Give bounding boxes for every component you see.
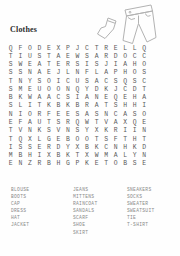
grid-cell-r5c15: C <box>139 77 149 85</box>
grid-cell-r9c2: I <box>16 110 26 118</box>
grid-cell-r7c6: C <box>54 94 64 102</box>
grid-cell-r11c5: S <box>44 127 54 135</box>
grid-cell-r4c2: S <box>16 69 26 77</box>
grid-cell-r1c15: Q <box>139 44 149 52</box>
grid-cell-r6c4: U <box>35 85 45 93</box>
grid-cell-r14c11: M <box>101 151 111 159</box>
grid-cell-r10c2: F <box>16 118 26 126</box>
word-list-item: SWEATSUIT <box>127 207 155 214</box>
grid-cell-r2c8: W <box>73 52 83 60</box>
grid-cell-r4c14: O <box>130 69 140 77</box>
word-search-grid: QFODEXPJCTRELLQTIUSTAEWSARDOCCSWEATERSIS… <box>6 44 149 168</box>
grid-cell-r9c8: S <box>73 110 83 118</box>
grid-cell-r4c4: A <box>35 69 45 77</box>
grid-cell-r5c13: Q <box>120 77 130 85</box>
word-list-item: JEANS <box>73 186 97 193</box>
grid-cell-r15c12: O <box>111 160 121 168</box>
grid-cell-r1c4: D <box>35 44 45 52</box>
word-list-column-3: SNEAKERSSOCKSSWEATERSWEATSUITTIET-SHIRT <box>127 186 155 229</box>
grid-cell-r3c2: W <box>16 61 26 69</box>
grid-cell-r7c1: B <box>6 94 16 102</box>
grid-cell-r10c10: T <box>92 118 102 126</box>
grid-cell-r2c1: T <box>6 52 16 60</box>
word-list-column-2: JEANSMITTENSRAINCOATSANDALSSCARFSHOESKIR… <box>73 186 97 236</box>
grid-cell-r12c5: G <box>44 135 54 143</box>
word-list-item: BOOTS <box>11 193 29 200</box>
grid-cell-r1c7: P <box>63 44 73 52</box>
grid-cell-r12c13: T <box>120 135 130 143</box>
grid-cell-r4c10: L <box>92 69 102 77</box>
word-list-item: RAINCOAT <box>73 200 97 207</box>
grid-cell-r6c11: K <box>101 85 111 93</box>
grid-cell-r13c14: K <box>130 143 140 151</box>
grid-cell-r5c3: Y <box>25 77 35 85</box>
grid-cell-r15c3: Z <box>25 160 35 168</box>
grid-cell-r7c4: A <box>35 94 45 102</box>
word-list-item: JACKET <box>11 221 29 228</box>
grid-cell-r10c6: S <box>54 118 64 126</box>
word-list-item: BLOUSE <box>11 186 29 193</box>
grid-cell-r9c5: F <box>44 110 54 118</box>
grid-cell-r6c5: O <box>44 85 54 93</box>
pants-icon <box>118 2 158 47</box>
grid-cell-r1c9: C <box>82 44 92 52</box>
grid-cell-r8c2: L <box>16 102 26 110</box>
grid-cell-r14c2: B <box>16 151 26 159</box>
grid-cell-r1c13: L <box>120 44 130 52</box>
grid-cell-r3c9: I <box>82 61 92 69</box>
grid-cell-r15c11: T <box>101 160 111 168</box>
grid-cell-r14c5: X <box>44 151 54 159</box>
grid-cell-r8c1: S <box>6 102 16 110</box>
grid-cell-r10c15: E <box>139 118 149 126</box>
grid-cell-r11c9: Y <box>82 127 92 135</box>
grid-cell-r15c5: B <box>44 160 54 168</box>
grid-cell-r13c5: R <box>44 143 54 151</box>
grid-cell-r5c1: T <box>6 77 16 85</box>
grid-cell-r13c15: D <box>139 143 149 151</box>
grid-cell-r10c9: W <box>82 118 92 126</box>
grid-cell-r7c13: E <box>120 94 130 102</box>
page-title: Clothes <box>10 25 37 34</box>
grid-cell-r9c15: O <box>139 110 149 118</box>
grid-cell-r8c12: S <box>111 102 121 110</box>
grid-cell-r10c7: R <box>63 118 73 126</box>
grid-cell-r11c10: X <box>92 127 102 135</box>
grid-cell-r13c4: E <box>35 143 45 151</box>
grid-cell-r4c12: P <box>111 69 121 77</box>
grid-cell-r6c15: T <box>139 85 149 93</box>
grid-cell-r11c2: V <box>16 127 26 135</box>
grid-cell-r10c4: U <box>35 118 45 126</box>
grid-cell-r5c14: S <box>130 77 140 85</box>
grid-cell-r10c1: E <box>6 118 16 126</box>
word-list-item: SKIRT <box>73 229 97 236</box>
grid-cell-r15c8: P <box>73 160 83 168</box>
grid-cell-r14c12: A <box>111 151 121 159</box>
grid-cell-r14c7: K <box>63 151 73 159</box>
grid-cell-r13c13: H <box>120 143 130 151</box>
grid-cell-r9c4: R <box>35 110 45 118</box>
word-list-item: SCARF <box>73 214 97 221</box>
grid-cell-r8c6: B <box>54 102 64 110</box>
grid-cell-r2c14: C <box>130 52 140 60</box>
grid-cell-r13c1: I <box>6 143 16 151</box>
grid-cell-r1c10: T <box>92 44 102 52</box>
grid-cell-r6c9: Y <box>82 85 92 93</box>
grid-cell-r4c11: A <box>101 69 111 77</box>
grid-cell-r3c11: J <box>101 61 111 69</box>
grid-cell-r12c7: B <box>63 135 73 143</box>
grid-cell-r14c10: W <box>92 151 102 159</box>
grid-cell-r6c12: J <box>111 85 121 93</box>
grid-cell-r8c9: R <box>82 102 92 110</box>
grid-cell-r12c14: H <box>130 135 140 143</box>
grid-cell-r13c7: Y <box>63 143 73 151</box>
grid-cell-r2c13: O <box>120 52 130 60</box>
grid-cell-r10c8: Q <box>73 118 83 126</box>
grid-cell-r7c9: A <box>82 94 92 102</box>
grid-cell-r12c11: S <box>101 135 111 143</box>
grid-cell-r15c2: N <box>16 160 26 168</box>
grid-cell-r5c6: I <box>54 77 64 85</box>
grid-cell-r4c7: L <box>63 69 73 77</box>
grid-cell-r13c8: X <box>73 143 83 151</box>
grid-cell-r8c10: A <box>92 102 102 110</box>
grid-cell-r6c8: Q <box>73 85 83 93</box>
grid-cell-r3c5: T <box>44 61 54 69</box>
grid-cell-r7c14: H <box>130 94 140 102</box>
grid-cell-r15c15: E <box>139 160 149 168</box>
word-list-item: TIE <box>127 214 155 221</box>
grid-cell-r8c3: I <box>25 102 35 110</box>
word-list-column-1: BLOUSEBOOTSCAPDRESSHATJACKET <box>11 186 29 229</box>
grid-cell-r5c9: S <box>82 77 92 85</box>
grid-cell-r2c6: A <box>54 52 64 60</box>
grid-cell-r2c9: S <box>82 52 92 60</box>
word-list-item: T-SHIRT <box>127 221 155 228</box>
grid-cell-r14c14: Y <box>130 151 140 159</box>
grid-cell-r9c1: N <box>6 110 16 118</box>
grid-cell-r9c7: E <box>63 110 73 118</box>
grid-cell-r10c13: X <box>120 118 130 126</box>
grid-cell-r10c11: V <box>101 118 111 126</box>
grid-cell-r7c10: N <box>92 94 102 102</box>
sock-icon <box>95 16 118 42</box>
grid-cell-r2c12: D <box>111 52 121 60</box>
grid-cell-r12c10: T <box>92 135 102 143</box>
grid-cell-r1c1: Q <box>6 44 16 52</box>
grid-cell-r5c12: S <box>111 77 121 85</box>
grid-cell-r10c3: A <box>25 118 35 126</box>
grid-cell-r2c5: T <box>44 52 54 60</box>
grid-cell-r11c11: K <box>101 127 111 135</box>
grid-cell-r9c10: S <box>92 110 102 118</box>
grid-cell-r7c3: W <box>25 94 35 102</box>
grid-cell-r13c6: D <box>54 143 64 151</box>
grid-cell-r10c14: Q <box>130 118 140 126</box>
grid-cell-r3c6: E <box>54 61 64 69</box>
worksheet-page: Clothes QFODEXPJCTRELLQTIUSTAEWSARDOCCSW… <box>0 0 180 256</box>
grid-cell-r15c13: B <box>120 160 130 168</box>
grid-cell-r5c10: A <box>92 77 102 85</box>
grid-cell-r11c7: N <box>63 127 73 135</box>
grid-cell-r3c8: S <box>73 61 83 69</box>
grid-cell-r15c10: E <box>92 160 102 168</box>
grid-cell-r7c8: I <box>73 94 83 102</box>
grid-cell-r2c7: E <box>63 52 73 60</box>
grid-cell-r14c13: L <box>120 151 130 159</box>
grid-cell-r3c4: A <box>35 61 45 69</box>
grid-cell-r8c14: H <box>130 102 140 110</box>
grid-cell-r13c9: B <box>82 143 92 151</box>
word-list-item: SWEATER <box>127 200 155 207</box>
grid-cell-r5c8: U <box>73 77 83 85</box>
grid-cell-r8c5: K <box>44 102 54 110</box>
grid-cell-r9c6: E <box>54 110 64 118</box>
grid-cell-r12c9: O <box>82 135 92 143</box>
grid-cell-r8c8: B <box>73 102 83 110</box>
grid-cell-r12c8: O <box>73 135 83 143</box>
grid-cell-r11c13: I <box>120 127 130 135</box>
grid-cell-r15c1: E <box>6 160 16 168</box>
grid-cell-r15c4: R <box>35 160 45 168</box>
grid-cell-r9c13: A <box>120 110 130 118</box>
grid-cell-r13c12: N <box>111 143 121 151</box>
grid-cell-r1c2: F <box>16 44 26 52</box>
word-list-item: SHOE <box>73 221 97 228</box>
grid-cell-r6c6: O <box>54 85 64 93</box>
grid-cell-r12c4: L <box>35 135 45 143</box>
grid-cell-r3c7: R <box>63 61 73 69</box>
grid-cell-r5c5: O <box>44 77 54 85</box>
grid-cell-r6c1: S <box>6 85 16 93</box>
grid-cell-r10c12: A <box>111 118 121 126</box>
grid-cell-r8c4: T <box>35 102 45 110</box>
grid-cell-r1c11: R <box>101 44 111 52</box>
grid-cell-r6c14: D <box>130 85 140 93</box>
grid-cell-r3c10: S <box>92 61 102 69</box>
grid-cell-r11c1: T <box>6 127 16 135</box>
grid-cell-r10c5: T <box>44 118 54 126</box>
grid-cell-r1c8: J <box>73 44 83 52</box>
grid-cell-r12c2: Q <box>16 135 26 143</box>
word-list-item: SNEAKERS <box>127 186 155 193</box>
grid-cell-r11c12: R <box>111 127 121 135</box>
grid-cell-r4c3: N <box>25 69 35 77</box>
grid-cell-r14c4: I <box>35 151 45 159</box>
grid-cell-r15c7: G <box>63 160 73 168</box>
word-list-item: MITTENS <box>73 193 97 200</box>
grid-cell-r12c1: T <box>6 135 16 143</box>
grid-cell-r15c9: K <box>82 160 92 168</box>
grid-cell-r8c13: H <box>120 102 130 110</box>
grid-cell-r6c10: D <box>92 85 102 93</box>
word-list-item: DRESS <box>11 207 29 214</box>
grid-cell-r6c3: E <box>25 85 35 93</box>
word-list-item: CAP <box>11 200 29 207</box>
grid-cell-r9c14: S <box>130 110 140 118</box>
grid-cell-r7c7: S <box>63 94 73 102</box>
grid-cell-r14c9: X <box>82 151 92 159</box>
word-list-item: HAT <box>11 214 29 221</box>
grid-cell-r2c3: U <box>25 52 35 60</box>
grid-cell-r13c10: K <box>92 143 102 151</box>
grid-cell-r13c2: S <box>16 143 26 151</box>
grid-cell-r11c3: N <box>25 127 35 135</box>
grid-cell-r15c14: S <box>130 160 140 168</box>
grid-cell-r2c2: I <box>16 52 26 60</box>
grid-cell-r3c13: A <box>120 61 130 69</box>
word-list-item: SANDALS <box>73 207 97 214</box>
grid-cell-r12c6: E <box>54 135 64 143</box>
grid-cell-r2c4: S <box>35 52 45 60</box>
grid-cell-r12c15: T <box>139 135 149 143</box>
grid-cell-r11c15: N <box>139 127 149 135</box>
grid-cell-r12c3: X <box>25 135 35 143</box>
grid-cell-r4c13: H <box>120 69 130 77</box>
grid-cell-r4c6: J <box>54 69 64 77</box>
grid-cell-r14c15: N <box>139 151 149 159</box>
grid-cell-r8c15: I <box>139 102 149 110</box>
grid-cell-r8c7: K <box>63 102 73 110</box>
grid-cell-r4c1: S <box>6 69 16 77</box>
grid-cell-r4c15: S <box>139 69 149 77</box>
grid-cell-r11c14: I <box>130 127 140 135</box>
grid-cell-r15c6: H <box>54 160 64 168</box>
grid-cell-r11c6: V <box>54 127 64 135</box>
grid-cell-r14c6: B <box>54 151 64 159</box>
grid-cell-r12c12: F <box>111 135 121 143</box>
grid-cell-r7c11: E <box>101 94 111 102</box>
grid-cell-r1c3: O <box>25 44 35 52</box>
grid-cell-r9c12: C <box>111 110 121 118</box>
grid-cell-r4c9: F <box>82 69 92 77</box>
grid-cell-r6c7: N <box>63 85 73 93</box>
grid-cell-r9c9: A <box>82 110 92 118</box>
grid-cell-r13c11: C <box>101 143 111 151</box>
grid-cell-r14c1: M <box>6 151 16 159</box>
grid-cell-r1c14: L <box>130 44 140 52</box>
grid-cell-r3c14: H <box>130 61 140 69</box>
grid-cell-r5c7: C <box>63 77 73 85</box>
grid-cell-r3c12: I <box>111 61 121 69</box>
grid-cell-r4c5: E <box>44 69 54 77</box>
grid-cell-r11c8: S <box>73 127 83 135</box>
grid-cell-r2c11: R <box>101 52 111 60</box>
word-list-item: SOCKS <box>127 193 155 200</box>
grid-cell-r3c3: E <box>25 61 35 69</box>
grid-cell-r9c11: N <box>101 110 111 118</box>
grid-cell-r3c15: O <box>139 61 149 69</box>
grid-cell-r14c8: T <box>73 151 83 159</box>
grid-cell-r2c15: C <box>139 52 149 60</box>
grid-cell-r2c10: A <box>92 52 102 60</box>
grid-cell-r1c6: X <box>54 44 64 52</box>
grid-cell-r5c4: S <box>35 77 45 85</box>
grid-cell-r7c12: Q <box>111 94 121 102</box>
grid-cell-r1c5: E <box>44 44 54 52</box>
grid-cell-r7c2: K <box>16 94 26 102</box>
grid-cell-r8c11: T <box>101 102 111 110</box>
grid-cell-r1c12: E <box>111 44 121 52</box>
grid-cell-r5c11: C <box>101 77 111 85</box>
grid-cell-r3c1: S <box>6 61 16 69</box>
grid-cell-r9c3: O <box>25 110 35 118</box>
grid-cell-r13c3: S <box>25 143 35 151</box>
grid-cell-r6c13: C <box>120 85 130 93</box>
grid-cell-r11c4: K <box>35 127 45 135</box>
grid-cell-r6c2: M <box>16 85 26 93</box>
grid-cell-r4c8: N <box>73 69 83 77</box>
grid-cell-r5c2: N <box>16 77 26 85</box>
grid-cell-r7c15: A <box>139 94 149 102</box>
grid-cell-r7c5: A <box>44 94 54 102</box>
grid-cell-r14c3: H <box>25 151 35 159</box>
